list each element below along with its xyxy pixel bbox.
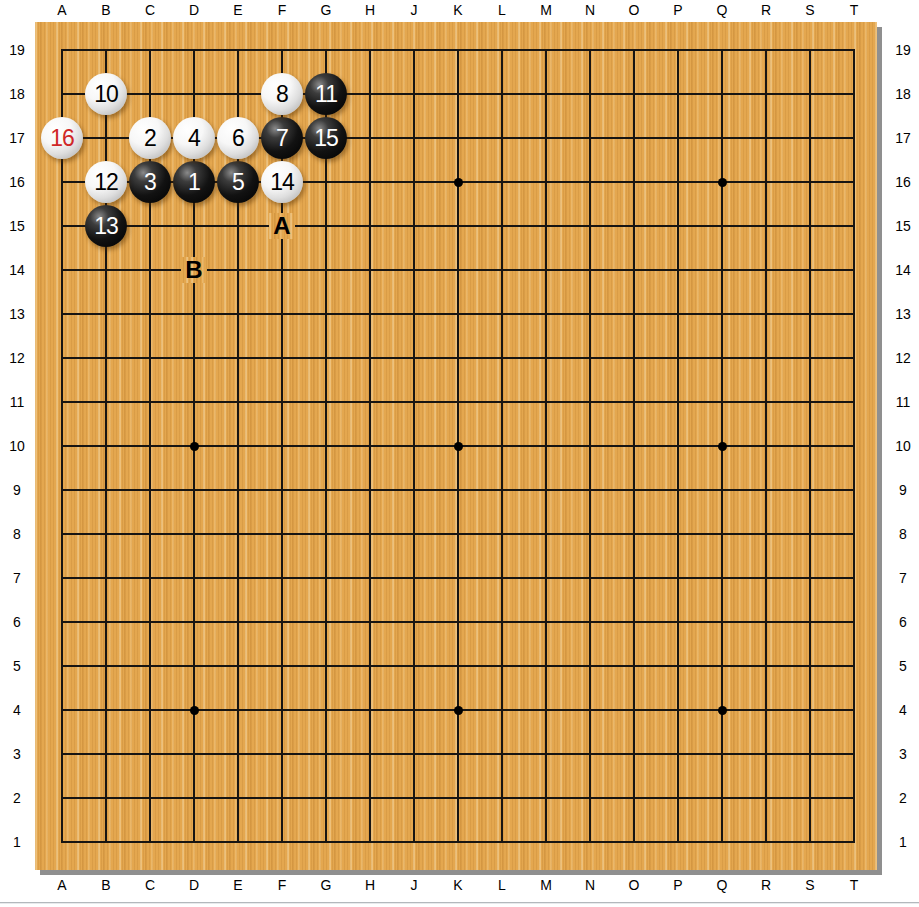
coord-top-B: B [91,2,121,18]
go-board[interactable]: AB1234567810111213141516 [35,22,877,870]
star-point [454,442,463,451]
coord-bottom-O: O [619,877,649,893]
stone-white-4: 4 [173,117,215,159]
coord-right-5: 5 [888,658,918,674]
coord-left-12: 12 [2,350,32,366]
coord-right-3: 3 [888,746,918,762]
grid-line-vertical [677,49,678,843]
coord-top-T: T [839,2,869,18]
coord-bottom-P: P [663,877,693,893]
coord-bottom-S: S [795,877,825,893]
coord-right-1: 1 [888,834,918,850]
coord-right-17: 17 [888,130,918,146]
coord-bottom-E: E [223,877,253,893]
grid-line-vertical [589,49,590,843]
coord-left-13: 13 [2,306,32,322]
coord-left-2: 2 [2,790,32,806]
coord-bottom-T: T [839,877,869,893]
coord-left-3: 3 [2,746,32,762]
grid-line-vertical [809,49,810,843]
grid-line-horizontal [61,753,855,754]
coord-bottom-J: J [399,877,429,893]
grid-line-horizontal [61,621,855,622]
star-point [718,442,727,451]
coord-right-8: 8 [888,526,918,542]
bottom-separator-line [0,902,919,904]
coord-right-7: 7 [888,570,918,586]
coord-right-16: 16 [888,174,918,190]
coord-bottom-L: L [487,877,517,893]
coord-top-Q: Q [707,2,737,18]
coord-top-K: K [443,2,473,18]
star-point [454,178,463,187]
mark-label-B: B [181,257,207,283]
coord-top-J: J [399,2,429,18]
mark-label-A: A [269,213,295,239]
stone-white-2: 2 [129,117,171,159]
coord-right-6: 6 [888,614,918,630]
coord-top-E: E [223,2,253,18]
coord-right-2: 2 [888,790,918,806]
coord-left-7: 7 [2,570,32,586]
star-point [190,706,199,715]
star-point [190,442,199,451]
grid-line-horizontal [61,797,855,798]
stone-white-10: 10 [85,73,127,115]
grid-line-horizontal [61,841,855,843]
coord-top-C: C [135,2,165,18]
coord-left-6: 6 [2,614,32,630]
grid-line-vertical [765,49,766,843]
coord-bottom-B: B [91,877,121,893]
stone-white-16: 16 [41,117,83,159]
stone-black-13: 13 [85,205,127,247]
stone-black-15: 15 [305,117,347,159]
coord-left-9: 9 [2,482,32,498]
stone-white-6: 6 [217,117,259,159]
coord-left-4: 4 [2,702,32,718]
coord-right-14: 14 [888,262,918,278]
coord-left-17: 17 [2,130,32,146]
stone-black-11: 11 [305,73,347,115]
coord-right-12: 12 [888,350,918,366]
coord-top-G: G [311,2,341,18]
coord-bottom-K: K [443,877,473,893]
grid-line-horizontal [61,665,855,666]
coord-right-10: 10 [888,438,918,454]
grid-line-horizontal [61,533,855,534]
coord-right-15: 15 [888,218,918,234]
coord-top-M: M [531,2,561,18]
grid-line-vertical [501,49,502,843]
stone-black-5: 5 [217,161,259,203]
coord-top-P: P [663,2,693,18]
coord-right-19: 19 [888,42,918,58]
coord-bottom-M: M [531,877,561,893]
coord-left-19: 19 [2,42,32,58]
star-point [454,706,463,715]
coord-top-A: A [47,2,77,18]
coord-bottom-F: F [267,877,297,893]
coord-bottom-C: C [135,877,165,893]
coord-left-10: 10 [2,438,32,454]
stone-black-1: 1 [173,161,215,203]
coord-top-F: F [267,2,297,18]
stone-black-3: 3 [129,161,171,203]
coord-top-H: H [355,2,385,18]
coord-bottom-Q: Q [707,877,737,893]
grid-line-vertical [853,49,855,843]
coord-bottom-G: G [311,877,341,893]
coord-left-15: 15 [2,218,32,234]
grid-line-horizontal [61,577,855,578]
coord-right-11: 11 [888,394,918,410]
coord-left-5: 5 [2,658,32,674]
coord-top-S: S [795,2,825,18]
coord-right-9: 9 [888,482,918,498]
coord-bottom-R: R [751,877,781,893]
coord-bottom-H: H [355,877,385,893]
coord-left-18: 18 [2,86,32,102]
coord-right-18: 18 [888,86,918,102]
grid-line-vertical [633,49,634,843]
coord-top-L: L [487,2,517,18]
coord-bottom-A: A [47,877,77,893]
star-point [718,706,727,715]
coord-top-N: N [575,2,605,18]
coord-left-14: 14 [2,262,32,278]
coord-top-O: O [619,2,649,18]
coord-left-16: 16 [2,174,32,190]
coord-left-11: 11 [2,394,32,410]
stone-white-14: 14 [261,161,303,203]
grid-line-vertical [545,49,546,843]
coord-bottom-D: D [179,877,209,893]
coord-right-13: 13 [888,306,918,322]
coord-top-R: R [751,2,781,18]
stone-black-7: 7 [261,117,303,159]
coord-bottom-N: N [575,877,605,893]
star-point [718,178,727,187]
coord-left-1: 1 [2,834,32,850]
grid-line-horizontal [61,489,855,490]
stone-white-8: 8 [261,73,303,115]
stone-white-12: 12 [85,161,127,203]
coord-right-4: 4 [888,702,918,718]
coord-top-D: D [179,2,209,18]
coord-left-8: 8 [2,526,32,542]
